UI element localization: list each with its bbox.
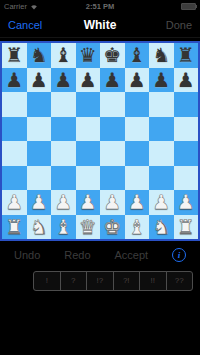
annotation-row: !?!??!!!?? (0, 269, 200, 293)
status-time: 2:51 PM (0, 2, 200, 11)
square-e7[interactable]: ♟ (100, 68, 125, 93)
square-h6[interactable] (174, 92, 199, 117)
square-g3[interactable] (149, 166, 174, 191)
redo-button[interactable]: Redo (64, 249, 90, 261)
toolbar: Undo Redo Accept i (0, 241, 200, 269)
status-bar: Carrier 2:51 PM (0, 0, 200, 13)
square-d2[interactable]: ♟ (76, 190, 101, 215)
square-d3[interactable] (76, 166, 101, 191)
square-f7[interactable]: ♟ (125, 68, 150, 93)
white-bishop-piece: ♝ (128, 217, 146, 237)
square-c5[interactable] (51, 117, 76, 142)
square-c6[interactable] (51, 92, 76, 117)
annotation-button-1[interactable]: ! (33, 271, 61, 291)
square-g8[interactable]: ♞ (149, 43, 174, 68)
square-c3[interactable] (51, 166, 76, 191)
white-queen-piece: ♛ (79, 217, 97, 237)
square-e8[interactable]: ♚ (100, 43, 125, 68)
square-d1[interactable]: ♛ (76, 215, 101, 240)
square-b7[interactable]: ♟ (27, 68, 52, 93)
accept-button[interactable]: Accept (114, 249, 148, 261)
square-d4[interactable] (76, 141, 101, 166)
white-king-piece: ♚ (103, 217, 121, 237)
board-container: ♜♞♝♛♚♝♞♜♟♟♟♟♟♟♟♟♟♟♟♟♟♟♟♟♜♞♝♛♚♝♞♜ (0, 41, 200, 241)
square-g7[interactable]: ♟ (149, 68, 174, 93)
black-pawn-piece: ♟ (30, 70, 48, 90)
black-pawn-piece: ♟ (5, 70, 23, 90)
black-queen-piece: ♛ (79, 45, 97, 65)
square-g6[interactable] (149, 92, 174, 117)
square-h5[interactable] (174, 117, 199, 142)
square-e5[interactable] (100, 117, 125, 142)
black-pawn-piece: ♟ (128, 70, 146, 90)
navigation-bar: White Cancel Done (0, 13, 200, 38)
white-pawn-piece: ♟ (177, 192, 195, 212)
done-button[interactable]: Done (166, 19, 192, 31)
square-a5[interactable] (2, 117, 27, 142)
annotation-button-3[interactable]: !? (86, 271, 114, 291)
annotation-button-4[interactable]: ?! (113, 271, 141, 291)
info-icon[interactable]: i (172, 248, 186, 262)
square-a7[interactable]: ♟ (2, 68, 27, 93)
white-pawn-piece: ♟ (54, 192, 72, 212)
square-c2[interactable]: ♟ (51, 190, 76, 215)
square-a8[interactable]: ♜ (2, 43, 27, 68)
white-pawn-piece: ♟ (103, 192, 121, 212)
annotation-button-group: !?!??!!!?? (33, 271, 193, 291)
black-pawn-piece: ♟ (103, 70, 121, 90)
white-knight-piece: ♞ (152, 217, 170, 237)
white-pawn-piece: ♟ (5, 192, 23, 212)
square-a3[interactable] (2, 166, 27, 191)
black-knight-piece: ♞ (152, 45, 170, 65)
square-e3[interactable] (100, 166, 125, 191)
square-f2[interactable]: ♟ (125, 190, 150, 215)
square-e2[interactable]: ♟ (100, 190, 125, 215)
square-h8[interactable]: ♜ (174, 43, 199, 68)
white-rook-piece: ♜ (5, 217, 23, 237)
square-h2[interactable]: ♟ (174, 190, 199, 215)
white-knight-piece: ♞ (30, 217, 48, 237)
square-e4[interactable] (100, 141, 125, 166)
annotation-button-5[interactable]: !! (139, 271, 167, 291)
square-g4[interactable] (149, 141, 174, 166)
square-f4[interactable] (125, 141, 150, 166)
annotation-button-2[interactable]: ? (60, 271, 88, 291)
square-b3[interactable] (27, 166, 52, 191)
square-a6[interactable] (2, 92, 27, 117)
square-d6[interactable] (76, 92, 101, 117)
white-pawn-piece: ♟ (152, 192, 170, 212)
undo-button[interactable]: Undo (14, 249, 40, 261)
white-pawn-piece: ♟ (30, 192, 48, 212)
square-a2[interactable]: ♟ (2, 190, 27, 215)
square-a4[interactable] (2, 141, 27, 166)
square-c1[interactable]: ♝ (51, 215, 76, 240)
square-f3[interactable] (125, 166, 150, 191)
black-pawn-piece: ♟ (177, 70, 195, 90)
square-f6[interactable] (125, 92, 150, 117)
square-c4[interactable] (51, 141, 76, 166)
square-d8[interactable]: ♛ (76, 43, 101, 68)
square-b4[interactable] (27, 141, 52, 166)
black-rook-piece: ♜ (5, 45, 23, 65)
white-pawn-piece: ♟ (128, 192, 146, 212)
square-d5[interactable] (76, 117, 101, 142)
square-g5[interactable] (149, 117, 174, 142)
square-d7[interactable]: ♟ (76, 68, 101, 93)
black-rook-piece: ♜ (177, 45, 195, 65)
white-bishop-piece: ♝ (54, 217, 72, 237)
white-rook-piece: ♜ (177, 217, 195, 237)
square-g2[interactable]: ♟ (149, 190, 174, 215)
annotation-button-6[interactable]: ?? (166, 271, 194, 291)
black-bishop-piece: ♝ (128, 45, 146, 65)
square-b5[interactable] (27, 117, 52, 142)
square-b1[interactable]: ♞ (27, 215, 52, 240)
square-b2[interactable]: ♟ (27, 190, 52, 215)
square-c7[interactable]: ♟ (51, 68, 76, 93)
square-e6[interactable] (100, 92, 125, 117)
square-h3[interactable] (174, 166, 199, 191)
square-h4[interactable] (174, 141, 199, 166)
square-b6[interactable] (27, 92, 52, 117)
black-king-piece: ♚ (103, 45, 121, 65)
square-g1[interactable]: ♞ (149, 215, 174, 240)
square-h1[interactable]: ♜ (174, 215, 199, 240)
square-f1[interactable]: ♝ (125, 215, 150, 240)
battery-icon (181, 3, 196, 10)
chess-board[interactable]: ♜♞♝♛♚♝♞♜♟♟♟♟♟♟♟♟♟♟♟♟♟♟♟♟♜♞♝♛♚♝♞♜ (0, 41, 200, 241)
square-f5[interactable] (125, 117, 150, 142)
square-b8[interactable]: ♞ (27, 43, 52, 68)
black-knight-piece: ♞ (30, 45, 48, 65)
black-pawn-piece: ♟ (152, 70, 170, 90)
black-bishop-piece: ♝ (54, 45, 72, 65)
square-e1[interactable]: ♚ (100, 215, 125, 240)
square-c8[interactable]: ♝ (51, 43, 76, 68)
square-f8[interactable]: ♝ (125, 43, 150, 68)
white-pawn-piece: ♟ (79, 192, 97, 212)
black-pawn-piece: ♟ (54, 70, 72, 90)
square-h7[interactable]: ♟ (174, 68, 199, 93)
black-pawn-piece: ♟ (79, 70, 97, 90)
square-a1[interactable]: ♜ (2, 215, 27, 240)
